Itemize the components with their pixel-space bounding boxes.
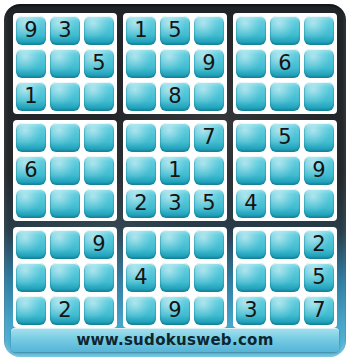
cell-r1c1: 9 (16, 16, 46, 45)
cell-r8c3 (84, 263, 114, 292)
cell-r9c8 (270, 296, 300, 325)
block-8: 49 (123, 227, 227, 328)
cell-r4c5 (160, 123, 190, 152)
cell-r4c9 (304, 123, 334, 152)
cell-r5c3 (84, 156, 114, 185)
cell-r8c5 (160, 263, 190, 292)
block-3: 6 (233, 13, 337, 114)
cell-r7c3: 9 (84, 230, 114, 259)
cell-r5c9: 9 (304, 156, 334, 185)
cell-r6c4: 2 (126, 189, 156, 218)
cell-r2c3: 5 (84, 49, 114, 78)
cell-r7c8 (270, 230, 300, 259)
cell-r2c4 (126, 49, 156, 78)
cell-r5c5: 1 (160, 156, 190, 185)
cell-r5c6 (194, 156, 224, 185)
cell-r3c8 (270, 82, 300, 111)
cell-r1c2: 3 (50, 16, 80, 45)
cell-r1c4: 1 (126, 16, 156, 45)
cell-r1c9 (304, 16, 334, 45)
cell-r2c2 (50, 49, 80, 78)
cell-r9c6 (194, 296, 224, 325)
cell-r6c2 (50, 189, 80, 218)
cell-r5c4 (126, 156, 156, 185)
cell-r1c5: 5 (160, 16, 190, 45)
cell-r7c7 (236, 230, 266, 259)
cell-r3c6 (194, 82, 224, 111)
cell-r6c3 (84, 189, 114, 218)
cell-r7c2 (50, 230, 80, 259)
cell-r2c9 (304, 49, 334, 78)
page-background: 93511598667123559492492537 www.sudokuswe… (0, 0, 350, 360)
cell-r1c6 (194, 16, 224, 45)
cell-r7c5 (160, 230, 190, 259)
cell-r1c8 (270, 16, 300, 45)
block-1: 9351 (13, 13, 117, 114)
cell-r7c6 (194, 230, 224, 259)
cell-r2c7 (236, 49, 266, 78)
cell-r6c9 (304, 189, 334, 218)
cell-r1c3 (84, 16, 114, 45)
cell-r5c2 (50, 156, 80, 185)
cell-r5c8 (270, 156, 300, 185)
cell-r2c5 (160, 49, 190, 78)
cell-r3c5: 8 (160, 82, 190, 111)
cell-r3c7 (236, 82, 266, 111)
cell-r6c1 (16, 189, 46, 218)
cell-r4c3 (84, 123, 114, 152)
cell-r9c1 (16, 296, 46, 325)
sudoku-board: 93511598667123559492492537 (13, 13, 337, 328)
cell-r1c7 (236, 16, 266, 45)
cell-r8c1 (16, 263, 46, 292)
cell-r6c6: 5 (194, 189, 224, 218)
cell-r4c4 (126, 123, 156, 152)
block-7: 92 (13, 227, 117, 328)
cell-r7c1 (16, 230, 46, 259)
cell-r2c1 (16, 49, 46, 78)
block-5: 71235 (123, 120, 227, 221)
cell-r9c5: 9 (160, 296, 190, 325)
cell-r8c2 (50, 263, 80, 292)
footer-bar: www.sudokusweb.com (11, 328, 339, 352)
cell-r3c3 (84, 82, 114, 111)
cell-r6c5: 3 (160, 189, 190, 218)
cell-r4c8: 5 (270, 123, 300, 152)
cell-r3c1: 1 (16, 82, 46, 111)
cell-r6c8 (270, 189, 300, 218)
cell-r5c1: 6 (16, 156, 46, 185)
cell-r7c9: 2 (304, 230, 334, 259)
block-6: 594 (233, 120, 337, 221)
cell-r2c6: 9 (194, 49, 224, 78)
cell-r6c7: 4 (236, 189, 266, 218)
sudoku-plaque: 93511598667123559492492537 www.sudokuswe… (4, 4, 346, 357)
cell-r7c4 (126, 230, 156, 259)
cell-r3c2 (50, 82, 80, 111)
cell-r9c9: 7 (304, 296, 334, 325)
cell-r9c2: 2 (50, 296, 80, 325)
cell-r8c8 (270, 263, 300, 292)
block-9: 2537 (233, 227, 337, 328)
cell-r9c3 (84, 296, 114, 325)
cell-r2c8: 6 (270, 49, 300, 78)
block-2: 1598 (123, 13, 227, 114)
cell-r5c7 (236, 156, 266, 185)
cell-r8c6 (194, 263, 224, 292)
cell-r8c7 (236, 263, 266, 292)
cell-r3c4 (126, 82, 156, 111)
footer-url: www.sudokusweb.com (76, 331, 273, 349)
cell-r8c4: 4 (126, 263, 156, 292)
cell-r3c9 (304, 82, 334, 111)
block-4: 6 (13, 120, 117, 221)
cell-r4c1 (16, 123, 46, 152)
cell-r4c2 (50, 123, 80, 152)
cell-r4c6: 7 (194, 123, 224, 152)
cell-r8c9: 5 (304, 263, 334, 292)
cell-r9c4 (126, 296, 156, 325)
cell-r9c7: 3 (236, 296, 266, 325)
cell-r4c7 (236, 123, 266, 152)
